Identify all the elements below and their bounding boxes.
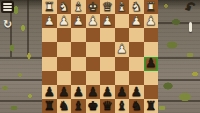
square-b5[interactable] bbox=[129, 57, 144, 71]
square-a3[interactable] bbox=[144, 28, 159, 42]
piece-bP: ♟ bbox=[87, 86, 98, 99]
undo-icon: ↶ bbox=[182, 0, 199, 17]
piece-wP: ♟ bbox=[73, 15, 84, 28]
square-d3[interactable] bbox=[100, 28, 115, 42]
square-e3[interactable] bbox=[86, 28, 101, 42]
square-b2[interactable]: ♟ bbox=[129, 14, 144, 28]
square-g4[interactable] bbox=[57, 42, 72, 56]
square-c8[interactable]: ♝ bbox=[115, 99, 130, 113]
piece-wP: ♟ bbox=[145, 15, 156, 28]
square-g7[interactable]: ♟ bbox=[57, 85, 72, 99]
square-g3[interactable] bbox=[57, 28, 72, 42]
piece-bP: ♟ bbox=[73, 86, 84, 99]
square-b8[interactable]: ♞ bbox=[129, 99, 144, 113]
piece-wN: ♞ bbox=[58, 1, 69, 14]
piece-bB: ♝ bbox=[116, 100, 127, 113]
app-screen: ♜♞♝♚♛♝♞♜♟♟♟♟♟♟♟♟♟♟♟♟♟♟♟♟♜♞♝♚♛♝♞♜ ↻ ↶ bbox=[0, 0, 200, 113]
piece-wP: ♟ bbox=[87, 15, 98, 28]
piece-wQ: ♛ bbox=[102, 1, 113, 14]
square-f4[interactable] bbox=[71, 42, 86, 56]
square-d4[interactable] bbox=[100, 42, 115, 56]
square-h6[interactable] bbox=[42, 71, 57, 85]
square-b7[interactable]: ♟ bbox=[129, 85, 144, 99]
piece-bP: ♟ bbox=[58, 86, 69, 99]
square-c6[interactable] bbox=[115, 71, 130, 85]
square-c1[interactable]: ♝ bbox=[115, 0, 130, 14]
square-g2[interactable]: ♟ bbox=[57, 14, 72, 28]
chess-board[interactable]: ♜♞♝♚♛♝♞♜♟♟♟♟♟♟♟♟♟♟♟♟♟♟♟♟♜♞♝♚♛♝♞♜ bbox=[42, 0, 158, 113]
square-g5[interactable] bbox=[57, 57, 72, 71]
square-f3[interactable] bbox=[71, 28, 86, 42]
square-f6[interactable] bbox=[71, 71, 86, 85]
square-e5[interactable] bbox=[86, 57, 101, 71]
piece-bP: ♟ bbox=[116, 86, 127, 99]
square-a1[interactable]: ♜ bbox=[144, 0, 159, 14]
piece-wP: ♟ bbox=[116, 43, 127, 56]
square-d8[interactable]: ♛ bbox=[100, 99, 115, 113]
square-a6[interactable] bbox=[144, 71, 159, 85]
piece-wP: ♟ bbox=[58, 15, 69, 28]
square-b6[interactable] bbox=[129, 71, 144, 85]
piece-wN: ♞ bbox=[131, 1, 142, 14]
piece-wP: ♟ bbox=[102, 15, 113, 28]
square-a5[interactable]: ♟ bbox=[144, 57, 159, 71]
hamburger-icon bbox=[3, 9, 12, 11]
square-h5[interactable] bbox=[42, 57, 57, 71]
piece-bN: ♞ bbox=[58, 100, 69, 113]
plank-seam bbox=[27, 0, 29, 57]
square-d1[interactable]: ♛ bbox=[100, 0, 115, 14]
piece-bK: ♚ bbox=[87, 100, 98, 113]
info-button[interactable] bbox=[188, 21, 192, 32]
piece-wR: ♜ bbox=[145, 1, 156, 14]
piece-wB: ♝ bbox=[116, 1, 127, 14]
square-a2[interactable]: ♟ bbox=[144, 14, 159, 28]
square-f7[interactable]: ♟ bbox=[71, 85, 86, 99]
piece-bP: ♟ bbox=[44, 86, 55, 99]
square-f2[interactable]: ♟ bbox=[71, 14, 86, 28]
square-c2[interactable] bbox=[115, 14, 130, 28]
square-e4[interactable] bbox=[86, 42, 101, 56]
piece-bR: ♜ bbox=[44, 100, 55, 113]
info-icon bbox=[189, 22, 192, 32]
piece-wP: ♟ bbox=[44, 15, 55, 28]
square-c7[interactable]: ♟ bbox=[115, 85, 130, 99]
square-d6[interactable] bbox=[100, 71, 115, 85]
square-g6[interactable] bbox=[57, 71, 72, 85]
square-h2[interactable]: ♟ bbox=[42, 14, 57, 28]
square-c4[interactable]: ♟ bbox=[115, 42, 130, 56]
square-f1[interactable]: ♝ bbox=[71, 0, 86, 14]
flip-board-button[interactable]: ↻ bbox=[1, 18, 14, 31]
square-b1[interactable]: ♞ bbox=[129, 0, 144, 14]
piece-wB: ♝ bbox=[73, 1, 84, 14]
square-g1[interactable]: ♞ bbox=[57, 0, 72, 14]
square-b3[interactable] bbox=[129, 28, 144, 42]
plank-seam bbox=[158, 22, 200, 24]
square-h3[interactable] bbox=[42, 28, 57, 42]
square-h1[interactable]: ♜ bbox=[42, 0, 57, 14]
square-d5[interactable] bbox=[100, 57, 115, 71]
square-d7[interactable]: ♟ bbox=[100, 85, 115, 99]
piece-bN: ♞ bbox=[131, 100, 142, 113]
undo-button[interactable]: ↶ bbox=[183, 0, 197, 15]
piece-wP: ♟ bbox=[131, 15, 142, 28]
piece-bP: ♟ bbox=[131, 86, 142, 99]
menu-button[interactable] bbox=[1, 1, 14, 13]
square-b4[interactable] bbox=[129, 42, 144, 56]
square-a7[interactable] bbox=[144, 85, 159, 99]
piece-bQ: ♛ bbox=[102, 100, 113, 113]
square-e6[interactable] bbox=[86, 71, 101, 85]
piece-bP: ♟ bbox=[145, 57, 156, 70]
hamburger-icon bbox=[3, 6, 12, 8]
square-h4[interactable] bbox=[42, 42, 57, 56]
square-f5[interactable] bbox=[71, 57, 86, 71]
flip-board-icon: ↻ bbox=[3, 18, 12, 31]
hamburger-icon bbox=[3, 3, 12, 5]
square-h7[interactable]: ♟ bbox=[42, 85, 57, 99]
piece-bR: ♜ bbox=[145, 100, 156, 113]
piece-wK: ♚ bbox=[87, 1, 98, 14]
piece-bB: ♝ bbox=[73, 100, 84, 113]
square-f8[interactable]: ♝ bbox=[71, 99, 86, 113]
square-g8[interactable]: ♞ bbox=[57, 99, 72, 113]
piece-wR: ♜ bbox=[44, 1, 55, 14]
square-h8[interactable]: ♜ bbox=[42, 99, 57, 113]
square-e1[interactable]: ♚ bbox=[86, 0, 101, 14]
square-a8[interactable]: ♜ bbox=[144, 99, 159, 113]
square-e2[interactable]: ♟ bbox=[86, 14, 101, 28]
square-d2[interactable]: ♟ bbox=[100, 14, 115, 28]
square-e8[interactable]: ♚ bbox=[86, 99, 101, 113]
piece-bP: ♟ bbox=[102, 86, 113, 99]
square-e7[interactable]: ♟ bbox=[86, 85, 101, 99]
square-c3[interactable] bbox=[115, 28, 130, 42]
square-c5[interactable] bbox=[115, 57, 130, 71]
square-a4[interactable] bbox=[144, 42, 159, 56]
